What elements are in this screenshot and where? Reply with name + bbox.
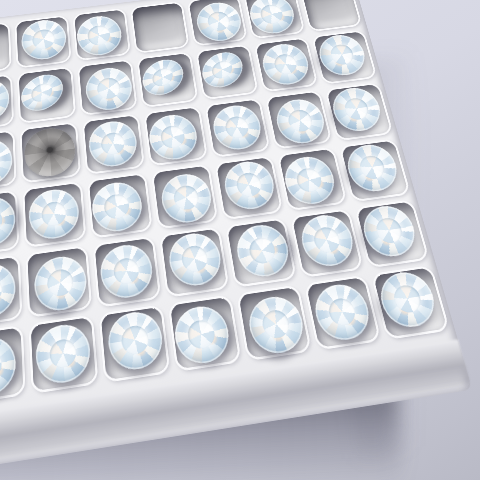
rhinestone <box>371 263 445 338</box>
rhinestone <box>24 247 96 320</box>
rhinestone <box>28 187 81 242</box>
tray-cell <box>0 75 12 130</box>
tray-cell <box>170 297 239 369</box>
rhinestone <box>324 80 390 139</box>
tray-cell <box>95 238 159 305</box>
tray-cell <box>84 115 143 173</box>
tray-cell <box>245 0 303 37</box>
tray-cell-empty <box>301 0 360 30</box>
rhinestone <box>338 136 406 200</box>
rhinestone <box>153 166 220 232</box>
rhinestone <box>0 132 22 195</box>
tray-cell <box>27 247 90 315</box>
rhinestone <box>167 231 223 288</box>
tray-cell <box>31 317 96 391</box>
tray-cell <box>153 166 216 228</box>
tray-cell <box>101 307 168 380</box>
tray-grid <box>0 0 439 410</box>
tray-cell <box>145 107 206 164</box>
rhinestone <box>87 119 139 170</box>
rhinestone <box>311 28 374 83</box>
tray-cell <box>0 257 20 326</box>
rhinestone <box>84 174 151 240</box>
tray-cell <box>267 92 330 148</box>
rhinestone <box>18 18 70 61</box>
rhinestone-tilted <box>135 53 191 103</box>
tray-cell <box>197 46 256 98</box>
rhinestone <box>354 197 425 266</box>
rhinestone <box>189 0 248 48</box>
tray-cell <box>256 39 317 91</box>
rhinestone <box>105 310 165 373</box>
tray-cell <box>189 0 246 45</box>
rhinestone <box>0 188 25 257</box>
rhinestone-tilted <box>14 67 71 118</box>
rhinestone <box>0 77 13 124</box>
tray-cell <box>16 16 69 66</box>
tray-cell <box>356 202 427 266</box>
tray-cell <box>327 84 392 139</box>
tray-cell <box>89 174 151 236</box>
rhinestone <box>0 261 16 322</box>
tray-cell <box>161 229 227 296</box>
rhinestone-inverted <box>24 126 77 180</box>
rhinestone <box>210 103 264 153</box>
tray-cell <box>0 327 23 402</box>
tray-cell <box>227 220 295 286</box>
rhinestone <box>276 149 344 213</box>
rhinestone <box>240 287 311 363</box>
rhinestone-tilted <box>194 45 250 94</box>
rhinestone <box>0 327 24 407</box>
rhinestone <box>242 0 302 40</box>
rhinestone <box>310 281 374 343</box>
tray-cell <box>79 61 136 114</box>
tray-cell <box>21 123 79 181</box>
rhinestone <box>77 61 140 118</box>
tray-cell <box>0 192 17 256</box>
tray-cell <box>279 149 345 209</box>
tray-cell <box>373 267 447 337</box>
tray-cell <box>341 141 408 201</box>
tray-cell <box>0 131 15 190</box>
rhinestone <box>98 242 155 301</box>
rhinestone <box>269 92 332 152</box>
tray-cell <box>306 277 379 348</box>
rhinestone <box>301 213 352 269</box>
tray-cell <box>19 68 74 122</box>
rhinestone <box>223 159 275 211</box>
tray-cell <box>239 287 310 359</box>
rhinestone <box>141 107 206 168</box>
rhinestone <box>70 9 130 62</box>
photo-scene <box>0 0 480 480</box>
tray-cell <box>313 31 375 82</box>
rhinestone <box>259 42 312 88</box>
tray-cell <box>206 99 268 155</box>
tray-cell <box>138 53 196 106</box>
tray-cell <box>74 10 129 60</box>
tray-cell-empty <box>0 23 10 74</box>
rhinestone <box>165 297 238 374</box>
rhinestone <box>228 216 298 287</box>
rhinestone <box>35 321 93 386</box>
tray-cell <box>292 210 361 275</box>
tray-cell <box>24 183 84 246</box>
tray-cell <box>216 157 281 218</box>
tray-cell-empty <box>132 3 188 52</box>
